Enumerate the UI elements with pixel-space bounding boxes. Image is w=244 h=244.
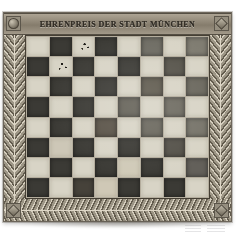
square-e8 (118, 37, 140, 56)
laurel-band-right (210, 35, 231, 199)
square-d8 (95, 37, 117, 56)
square-c6 (73, 77, 95, 96)
square-h1 (186, 178, 208, 197)
square-f6 (141, 77, 163, 96)
square-b2 (50, 158, 72, 177)
laurel-pattern (14, 35, 25, 199)
square-h7 (186, 57, 208, 76)
square-a7 (27, 57, 49, 76)
square-c2 (73, 158, 95, 177)
square-c7 (73, 57, 95, 76)
square-b5 (50, 97, 72, 116)
square-d1 (95, 178, 117, 197)
watermark-smudge (185, 225, 201, 234)
square-c3 (73, 138, 95, 157)
square-h3 (186, 138, 208, 157)
square-c4 (73, 118, 95, 137)
square-f4 (141, 118, 163, 137)
square-e1 (118, 178, 140, 197)
laurel-pattern (220, 35, 231, 199)
square-b1 (50, 178, 72, 197)
chess-grid (25, 35, 210, 199)
square-h4 (186, 118, 208, 137)
square-a5 (27, 97, 49, 116)
square-a2 (27, 158, 49, 177)
auction-photo: EHRENPREIS DER STADT MÜNCHEN (0, 0, 244, 244)
square-b6 (50, 77, 72, 96)
square-d7 (95, 57, 117, 76)
square-d3 (95, 138, 117, 157)
medallion-icon (6, 16, 21, 31)
square-f1 (141, 178, 163, 197)
square-g8 (164, 37, 186, 56)
square-d2 (95, 158, 117, 177)
square-h5 (186, 97, 208, 116)
laurel-pattern (4, 210, 231, 222)
diamond-motif-icon (214, 16, 229, 31)
inscription-band: EHRENPREIS DER STADT MÜNCHEN (4, 13, 231, 35)
laurel-band-left (4, 35, 25, 199)
laurel-pattern (210, 35, 220, 199)
square-f2 (141, 158, 163, 177)
engraved-inscription: EHRENPREIS DER STADT MÜNCHEN (38, 19, 198, 29)
square-a8 (27, 37, 49, 56)
square-b4 (50, 118, 72, 137)
square-d4 (95, 118, 117, 137)
square-h6 (186, 77, 208, 96)
laurel-pattern (4, 199, 231, 210)
square-e2 (118, 158, 140, 177)
square-b8 (50, 37, 72, 56)
laurel-pattern (4, 35, 14, 199)
square-c8 (73, 37, 95, 56)
square-e4 (118, 118, 140, 137)
square-f8 (141, 37, 163, 56)
square-g7 (164, 57, 186, 76)
square-d5 (95, 97, 117, 116)
square-h8 (186, 37, 208, 56)
square-b3 (50, 138, 72, 157)
square-f3 (141, 138, 163, 157)
diamond-motif-icon (214, 203, 229, 218)
square-g1 (164, 178, 186, 197)
watermark-smudge (207, 225, 225, 234)
square-g3 (164, 138, 186, 157)
square-e5 (118, 97, 140, 116)
square-e3 (118, 138, 140, 157)
square-e7 (118, 57, 140, 76)
square-g2 (164, 158, 186, 177)
square-a3 (27, 138, 49, 157)
square-c1 (73, 178, 95, 197)
square-b7 (50, 57, 72, 76)
laurel-band-bottom (4, 199, 231, 221)
square-g4 (164, 118, 186, 137)
square-h2 (186, 158, 208, 177)
square-a4 (27, 118, 49, 137)
chessboard-frame: EHRENPREIS DER STADT MÜNCHEN (3, 12, 232, 222)
square-e6 (118, 77, 140, 96)
square-d6 (95, 77, 117, 96)
square-c5 (73, 97, 95, 116)
square-g6 (164, 77, 186, 96)
square-a6 (27, 77, 49, 96)
square-f5 (141, 97, 163, 116)
square-g5 (164, 97, 186, 116)
diamond-motif-icon (6, 203, 21, 218)
square-f7 (141, 57, 163, 76)
square-a1 (27, 178, 49, 197)
